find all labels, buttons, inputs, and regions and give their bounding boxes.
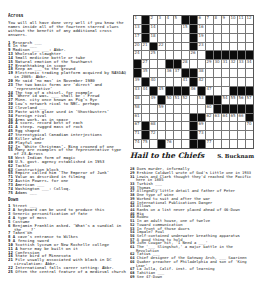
grid-cell[interactable]: 63: [214, 114, 221, 122]
grid-cell[interactable]: [158, 25, 165, 33]
cell-number: 70: [247, 122, 252, 126]
crossword-grid[interactable]: 1234567891011121314151617181920212223242…: [133, 15, 254, 149]
black-cell: [190, 34, 197, 42]
grid-cell[interactable]: 62: [206, 114, 213, 122]
grid-cell[interactable]: [190, 105, 197, 113]
grid-cell[interactable]: [158, 51, 165, 59]
grid-cell[interactable]: [214, 69, 221, 77]
cell-number: 57: [247, 96, 252, 100]
black-cell: [174, 87, 181, 95]
black-cell: [142, 34, 149, 42]
cell-number: 52: [183, 96, 188, 100]
grid-cell[interactable]: 23: [198, 43, 205, 51]
grid-cell[interactable]: [174, 78, 181, 86]
grid-cell[interactable]: 15: [182, 25, 189, 33]
grid-cell[interactable]: [214, 78, 221, 86]
cell-number: 62: [207, 114, 212, 118]
grid-cell[interactable]: 55: [230, 96, 237, 104]
cell-number: 25: [151, 51, 156, 55]
grid-cell[interactable]: [206, 34, 213, 42]
cell-number: 54: [223, 96, 228, 100]
cell-number: 65: [231, 114, 236, 118]
cell-number: 69: [199, 122, 204, 126]
grid-cell[interactable]: [182, 140, 189, 148]
grid-cell[interactable]: 51: [174, 96, 181, 104]
grid-cell[interactable]: [142, 105, 149, 113]
black-cell: [142, 122, 149, 130]
black-cell: [206, 51, 213, 59]
grid-cell[interactable]: 1: [134, 16, 141, 24]
black-cell: [190, 25, 197, 33]
grid-cell[interactable]: 40: [150, 78, 157, 86]
black-cell: [134, 69, 141, 77]
puzzle-title: Hail to the Chiefs: [130, 151, 204, 160]
cell-number: 14: [151, 25, 156, 29]
black-cell: [190, 122, 197, 130]
grid-cell[interactable]: [230, 34, 237, 42]
cell-number: 76: [167, 140, 172, 144]
grid-cell[interactable]: 12: [246, 16, 253, 24]
grid-cell[interactable]: [166, 114, 173, 122]
cell-number: 24: [135, 51, 140, 55]
cell-number: 17: [135, 34, 140, 38]
grid-cell[interactable]: [166, 105, 173, 113]
black-cell: [182, 69, 189, 77]
cell-number: 48: [135, 96, 140, 100]
cell-number: 50: [167, 96, 172, 100]
grid-cell[interactable]: 37: [174, 69, 181, 77]
grid-cell[interactable]: [182, 105, 189, 113]
cell-number: 67: [135, 122, 140, 126]
cell-number: 13: [135, 25, 140, 29]
cell-number: 26: [191, 51, 196, 55]
black-cell: [198, 140, 205, 148]
grid-cell[interactable]: [174, 114, 181, 122]
grid-cell[interactable]: [246, 131, 253, 139]
black-cell: [238, 51, 245, 59]
grid-cell[interactable]: 65: [230, 114, 237, 122]
grid-cell[interactable]: 69: [198, 122, 205, 130]
grid-cell[interactable]: 31: [222, 60, 229, 68]
grid-cell[interactable]: 45: [158, 87, 165, 95]
grid-cell[interactable]: [158, 122, 165, 130]
grid-cell[interactable]: 29: [206, 60, 213, 68]
black-cell: [166, 87, 173, 95]
grid-cell[interactable]: [238, 43, 245, 51]
black-cell: [150, 87, 157, 95]
grid-cell[interactable]: 48: [134, 96, 141, 104]
clue-text: Adams ___: [13, 190, 37, 195]
clue-text: See 47-Down: [135, 274, 162, 279]
grid-cell[interactable]: [230, 140, 237, 148]
grid-cell[interactable]: [150, 60, 157, 68]
cell-number: 5: [175, 16, 178, 20]
cell-number: 68: [151, 122, 156, 126]
grid-cell[interactable]: [206, 122, 213, 130]
cell-number: 60: [207, 105, 212, 109]
grid-cell[interactable]: 73: [198, 131, 205, 139]
grid-cell[interactable]: [246, 43, 253, 51]
grid-cell[interactable]: 41: [182, 78, 189, 86]
grid-cell[interactable]: [182, 131, 189, 139]
grid-cell[interactable]: 26: [190, 51, 197, 59]
grid-cell[interactable]: [222, 43, 229, 51]
grid-cell[interactable]: 4: [166, 16, 173, 24]
grid-cell[interactable]: 2: [150, 16, 157, 24]
grid-cell[interactable]: 58: [134, 105, 141, 113]
grid-cell[interactable]: [150, 114, 157, 122]
grid-cell[interactable]: [142, 114, 149, 122]
cell-number: 56: [239, 96, 244, 100]
clue-item: 69 See 47-Down: [130, 274, 255, 278]
grid-cell[interactable]: [214, 131, 221, 139]
cell-number: 29: [207, 60, 212, 64]
cell-number: 33: [239, 60, 244, 64]
grid-cell[interactable]: 46: [190, 87, 197, 95]
grid-cell[interactable]: [198, 60, 205, 68]
grid-cell[interactable]: 24: [134, 51, 141, 59]
black-cell: [150, 43, 157, 51]
cell-number: 38: [199, 69, 204, 73]
grid-cell[interactable]: 64: [222, 114, 229, 122]
grid-cell[interactable]: [222, 34, 229, 42]
title-row: Hail to the Chiefs S. Bucknam: [130, 151, 254, 160]
grid-cell[interactable]: [174, 43, 181, 51]
grid-cell[interactable]: 76: [166, 140, 173, 148]
cell-number: 23: [199, 43, 204, 47]
grid-cell[interactable]: [206, 43, 213, 51]
grid-cell[interactable]: [158, 60, 165, 68]
cell-number: 28: [183, 60, 188, 64]
cell-number: 51: [175, 96, 180, 100]
black-cell: [230, 51, 237, 59]
grid-cell[interactable]: 8: [214, 16, 221, 24]
grid-cell[interactable]: 20: [134, 43, 141, 51]
black-cell: [134, 60, 141, 68]
grid-cell[interactable]: [166, 51, 173, 59]
grid-cell[interactable]: [246, 34, 253, 42]
grid-cell[interactable]: 42: [198, 78, 205, 86]
grid-cell[interactable]: 54: [222, 96, 229, 104]
black-cell: [142, 131, 149, 139]
black-cell: [158, 96, 165, 104]
grid-cell[interactable]: 57: [246, 96, 253, 104]
black-cell: [190, 78, 197, 86]
grid-cell[interactable]: 66: [238, 114, 245, 122]
grid-cell[interactable]: 52: [182, 96, 189, 104]
black-cell: [190, 69, 197, 77]
grid-cell[interactable]: [150, 69, 157, 77]
black-cell: [182, 87, 189, 95]
grid-cell[interactable]: 70: [246, 122, 253, 130]
cell-number: 3: [159, 16, 162, 20]
grid-cell[interactable]: 18: [150, 34, 157, 42]
grid-cell[interactable]: [214, 25, 221, 33]
black-cell: [182, 16, 189, 24]
grid-cell[interactable]: 9: [222, 16, 229, 24]
grid-cell[interactable]: [238, 69, 245, 77]
grid-cell[interactable]: [158, 69, 165, 77]
grid-cell[interactable]: 33: [238, 60, 245, 68]
cell-number: 20: [135, 43, 140, 47]
grid-cell[interactable]: [222, 87, 229, 95]
grid-cell[interactable]: [206, 78, 213, 86]
grid-cell[interactable]: [230, 122, 237, 130]
grid-cell[interactable]: [214, 43, 221, 51]
cell-number: 66: [239, 114, 244, 118]
black-cell: [238, 105, 245, 113]
grid-cell[interactable]: [182, 51, 189, 59]
black-cell: [246, 114, 253, 122]
grid-cell[interactable]: [238, 34, 245, 42]
grid-cell[interactable]: [230, 78, 237, 86]
grid-cell[interactable]: 7: [206, 16, 213, 24]
grid-cell[interactable]: 34: [246, 60, 253, 68]
grid-cell[interactable]: 44: [142, 87, 149, 95]
black-cell: [142, 78, 149, 86]
cell-number: 39: [135, 78, 140, 82]
grid-cell[interactable]: [190, 60, 197, 68]
black-cell: [190, 140, 197, 148]
grid-cell[interactable]: [230, 131, 237, 139]
grid-cell[interactable]: [206, 131, 213, 139]
grid-cell[interactable]: [150, 140, 157, 148]
grid-cell[interactable]: 60: [206, 105, 213, 113]
grid-cell[interactable]: 11: [238, 16, 245, 24]
black-cell: [222, 51, 229, 59]
black-cell: [142, 25, 149, 33]
grid-cell[interactable]: [174, 140, 181, 148]
cell-number: 18: [151, 34, 156, 38]
grid-cell[interactable]: [166, 43, 173, 51]
grid-cell[interactable]: [246, 140, 253, 148]
cell-number: 44: [143, 87, 148, 91]
grid-cell[interactable]: 47: [206, 87, 213, 95]
cell-number: 36: [167, 69, 172, 73]
black-cell: [198, 114, 205, 122]
grid-cell[interactable]: 17: [134, 34, 141, 42]
grid-cell[interactable]: [238, 78, 245, 86]
grid-cell[interactable]: [206, 69, 213, 77]
cell-number: 1: [135, 16, 138, 20]
cell-number: 49: [151, 96, 156, 100]
grid-cell[interactable]: [214, 87, 221, 95]
grid-cell[interactable]: [182, 114, 189, 122]
grid-cell[interactable]: [174, 122, 181, 130]
grid-cell[interactable]: [230, 69, 237, 77]
grid-cell[interactable]: [222, 78, 229, 86]
grid-cell[interactable]: [246, 25, 253, 33]
grid-cell[interactable]: 59: [158, 105, 165, 113]
grid-cell[interactable]: [182, 122, 189, 130]
grid-cell[interactable]: 25: [150, 51, 157, 59]
grid-cell[interactable]: 67: [134, 122, 141, 130]
cell-number: 61: [135, 114, 140, 118]
cell-number: 27: [143, 60, 148, 64]
grid-cell[interactable]: [158, 131, 165, 139]
grid-cell[interactable]: 38: [198, 69, 205, 77]
cell-number: 34: [247, 60, 252, 64]
black-cell: [230, 87, 237, 95]
cell-number: 75: [143, 140, 148, 144]
black-cell: [190, 16, 197, 24]
grid-cell[interactable]: 68: [150, 122, 157, 130]
grid-cell[interactable]: [238, 140, 245, 148]
grid-cell[interactable]: 10: [230, 16, 237, 24]
cell-number: 42: [199, 78, 204, 82]
black-cell: [214, 96, 221, 104]
grid-cell[interactable]: [158, 114, 165, 122]
black-cell: [190, 131, 197, 139]
cell-number: 30: [215, 60, 220, 64]
grid-cell[interactable]: [198, 105, 205, 113]
grid-cell[interactable]: [150, 105, 157, 113]
grid-cell[interactable]: [214, 140, 221, 148]
down-clue-list-left: 1 Street ___2 A keyboard can be used to …: [8, 204, 126, 273]
grid-cell[interactable]: [158, 78, 165, 86]
black-cell: [190, 43, 197, 51]
puzzle-author: S. Bucknam: [217, 153, 254, 159]
black-cell: [246, 105, 253, 113]
across-clue-list: 1 Research ___5 In the ___9 Madison ___ …: [8, 40, 126, 194]
grid-cell[interactable]: 61: [134, 114, 141, 122]
grid-cell[interactable]: 43: [134, 87, 141, 95]
grid-cell[interactable]: [222, 69, 229, 77]
grid-cell[interactable]: 28: [182, 60, 189, 68]
cell-number: 64: [223, 114, 228, 118]
cell-number: 77: [207, 140, 212, 144]
grid-cell[interactable]: 74: [134, 140, 141, 148]
cell-number: 7: [207, 16, 210, 20]
grid-cell[interactable]: 53: [198, 96, 205, 104]
cell-number: 72: [151, 131, 156, 135]
grid-cell[interactable]: [166, 25, 173, 33]
clue-text: Often the central feature of a medieval …: [13, 269, 126, 274]
cell-number: 45: [159, 87, 164, 91]
grid-cell[interactable]: 49: [150, 96, 157, 104]
cell-number: 74: [135, 140, 140, 144]
grid-cell[interactable]: [238, 122, 245, 130]
grid-cell[interactable]: [182, 34, 189, 42]
grid-cell[interactable]: 75: [142, 140, 149, 148]
cell-number: 41: [183, 78, 188, 82]
grid-cell[interactable]: [222, 25, 229, 33]
grid-cell[interactable]: 14: [150, 25, 157, 33]
grid-cell[interactable]: [174, 34, 181, 42]
grid-cell[interactable]: 35: [142, 69, 149, 77]
grid-cell[interactable]: [174, 131, 181, 139]
cell-number: 6: [199, 16, 202, 20]
black-cell: [246, 51, 253, 59]
grid-cell[interactable]: [222, 122, 229, 130]
grid-cell[interactable]: 22: [158, 43, 165, 51]
grid-cell[interactable]: [182, 43, 189, 51]
black-cell: [206, 96, 213, 104]
grid-cell[interactable]: [174, 105, 181, 113]
black-cell: [142, 16, 149, 24]
cell-number: 8: [215, 16, 218, 20]
black-cell: [214, 105, 221, 113]
cell-number: 32: [231, 60, 236, 64]
grid-cell[interactable]: 32: [230, 60, 237, 68]
cell-number: 11: [239, 16, 244, 20]
grid-cell[interactable]: 72: [150, 131, 157, 139]
grid-cell[interactable]: [222, 131, 229, 139]
grid-cell[interactable]: [214, 34, 221, 42]
grid-cell[interactable]: [174, 25, 181, 33]
grid-cell[interactable]: [142, 96, 149, 104]
grid-cell[interactable]: [166, 78, 173, 86]
cell-number: 19: [199, 34, 204, 38]
cell-number: 53: [199, 96, 204, 100]
intro-note: You will all have done very well if you …: [8, 21, 126, 36]
grid-cell[interactable]: [166, 131, 173, 139]
grid-cell[interactable]: [166, 122, 173, 130]
cell-number: 15: [183, 25, 188, 29]
clue-item: 44 Ranks on a list never placed ahead of…: [130, 208, 255, 212]
grid-cell[interactable]: [214, 122, 221, 130]
grid-cell[interactable]: 27: [142, 60, 149, 68]
grid-cell[interactable]: [190, 96, 197, 104]
black-cell: [166, 60, 173, 68]
cell-number: 43: [135, 87, 140, 91]
grid-cell[interactable]: [158, 34, 165, 42]
grid-cell[interactable]: 3: [158, 16, 165, 24]
cell-number: 12: [247, 16, 252, 20]
cell-number: 73: [199, 131, 204, 135]
grid-cell[interactable]: [206, 25, 213, 33]
grid-cell[interactable]: 5: [174, 16, 181, 24]
cell-number: 55: [231, 96, 236, 100]
grid-cell[interactable]: [238, 131, 245, 139]
grid-cell[interactable]: [230, 25, 237, 33]
grid-cell[interactable]: 21: [142, 43, 149, 51]
grid-cell[interactable]: 19: [198, 34, 205, 42]
grid-cell[interactable]: 77: [206, 140, 213, 148]
grid-cell[interactable]: [222, 140, 229, 148]
grid-cell[interactable]: 56: [238, 96, 245, 104]
grid-cell[interactable]: [198, 51, 205, 59]
down-heading: Down: [8, 197, 126, 201]
cell-number: 16: [199, 25, 204, 29]
grid-cell[interactable]: 50: [166, 96, 173, 104]
cell-number: 47: [207, 87, 212, 91]
grid-cell[interactable]: [174, 51, 181, 59]
grid-cell[interactable]: 36: [166, 69, 173, 77]
cell-number: 21: [143, 43, 148, 47]
grid-cell[interactable]: 6: [198, 16, 205, 24]
cell-number: 63: [215, 114, 220, 118]
clue-text: Ranks on a list never placed ahead of 46…: [135, 207, 240, 212]
grid-cell[interactable]: [246, 78, 253, 86]
left-clue-column: Across You will all have done very well …: [8, 14, 126, 274]
cell-number: 35: [143, 69, 148, 73]
grid-cell[interactable]: 71: [134, 131, 141, 139]
grid-cell[interactable]: [166, 34, 173, 42]
grid-cell[interactable]: 39: [134, 78, 141, 86]
grid-cell[interactable]: [238, 25, 245, 33]
grid-cell[interactable]: [246, 69, 253, 77]
grid-cell[interactable]: [230, 43, 237, 51]
grid-cell[interactable]: 30: [214, 60, 221, 68]
black-cell: [246, 87, 253, 95]
grid-cell[interactable]: [142, 51, 149, 59]
right-clue-column: 28 Does murder, informally29 Erskine Cal…: [130, 167, 255, 278]
across-heading: Across: [8, 14, 126, 18]
down-clue-list-right: 28 Does murder, informally29 Erskine Cal…: [130, 167, 255, 278]
grid-cell[interactable]: 13: [134, 25, 141, 33]
grid-cell[interactable]: 16: [198, 25, 205, 33]
